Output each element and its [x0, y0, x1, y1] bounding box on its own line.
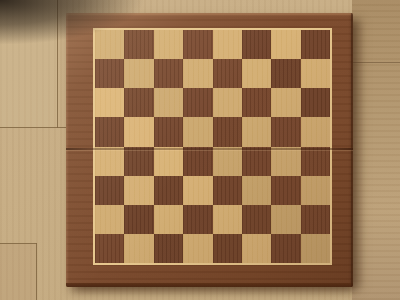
square-e1[interactable] [213, 234, 242, 263]
square-h1[interactable] [301, 234, 330, 263]
square-h6[interactable] [301, 88, 330, 117]
square-d8[interactable] [183, 30, 212, 59]
square-e7[interactable] [213, 59, 242, 88]
square-f5[interactable] [242, 117, 271, 146]
square-e5[interactable] [213, 117, 242, 146]
square-g4[interactable] [271, 147, 300, 176]
square-c7[interactable] [154, 59, 183, 88]
square-f4[interactable] [242, 147, 271, 176]
square-b1[interactable] [124, 234, 153, 263]
square-f7[interactable] [242, 59, 271, 88]
square-a7[interactable] [95, 59, 124, 88]
square-d7[interactable] [183, 59, 212, 88]
square-d6[interactable] [183, 88, 212, 117]
square-c3[interactable] [154, 176, 183, 205]
square-d5[interactable] [183, 117, 212, 146]
square-c5[interactable] [154, 117, 183, 146]
square-f6[interactable] [242, 88, 271, 117]
square-e3[interactable] [213, 176, 242, 205]
square-e8[interactable] [213, 30, 242, 59]
board-inlay-border [93, 28, 332, 265]
square-b3[interactable] [124, 176, 153, 205]
wood-floor-right-band [352, 0, 400, 300]
square-e2[interactable] [213, 205, 242, 234]
square-f3[interactable] [242, 176, 271, 205]
square-d4[interactable] [183, 147, 212, 176]
square-b6[interactable] [124, 88, 153, 117]
square-f2[interactable] [242, 205, 271, 234]
square-a4[interactable] [95, 147, 124, 176]
square-h7[interactable] [301, 59, 330, 88]
floor-plank-seam [0, 127, 66, 128]
square-b4[interactable] [124, 147, 153, 176]
square-h8[interactable] [301, 30, 330, 59]
square-a3[interactable] [95, 176, 124, 205]
playing-area [95, 30, 330, 263]
square-b8[interactable] [124, 30, 153, 59]
square-a1[interactable] [95, 234, 124, 263]
board-right-edge [351, 13, 353, 287]
square-g1[interactable] [271, 234, 300, 263]
square-c4[interactable] [154, 147, 183, 176]
square-a6[interactable] [95, 88, 124, 117]
square-f8[interactable] [242, 30, 271, 59]
square-f1[interactable] [242, 234, 271, 263]
square-a2[interactable] [95, 205, 124, 234]
square-g5[interactable] [271, 117, 300, 146]
square-g2[interactable] [271, 205, 300, 234]
square-b2[interactable] [124, 205, 153, 234]
square-a8[interactable] [95, 30, 124, 59]
square-h4[interactable] [301, 147, 330, 176]
square-d1[interactable] [183, 234, 212, 263]
square-b5[interactable] [124, 117, 153, 146]
square-d3[interactable] [183, 176, 212, 205]
square-d2[interactable] [183, 205, 212, 234]
board-bottom-edge [66, 283, 353, 287]
square-c6[interactable] [154, 88, 183, 117]
square-h5[interactable] [301, 117, 330, 146]
square-e4[interactable] [213, 147, 242, 176]
square-h3[interactable] [301, 176, 330, 205]
floor-plank-seam [57, 0, 58, 128]
square-a5[interactable] [95, 117, 124, 146]
square-h2[interactable] [301, 205, 330, 234]
floor-plank-seam [36, 243, 37, 300]
square-c1[interactable] [154, 234, 183, 263]
square-b7[interactable] [124, 59, 153, 88]
square-g8[interactable] [271, 30, 300, 59]
floor-plank-seam [0, 243, 37, 244]
square-g6[interactable] [271, 88, 300, 117]
square-e6[interactable] [213, 88, 242, 117]
square-g3[interactable] [271, 176, 300, 205]
floor-plank [0, 243, 37, 300]
square-g7[interactable] [271, 59, 300, 88]
chess-board [66, 13, 353, 287]
floor-plank [0, 0, 58, 128]
square-c8[interactable] [154, 30, 183, 59]
square-c2[interactable] [154, 205, 183, 234]
